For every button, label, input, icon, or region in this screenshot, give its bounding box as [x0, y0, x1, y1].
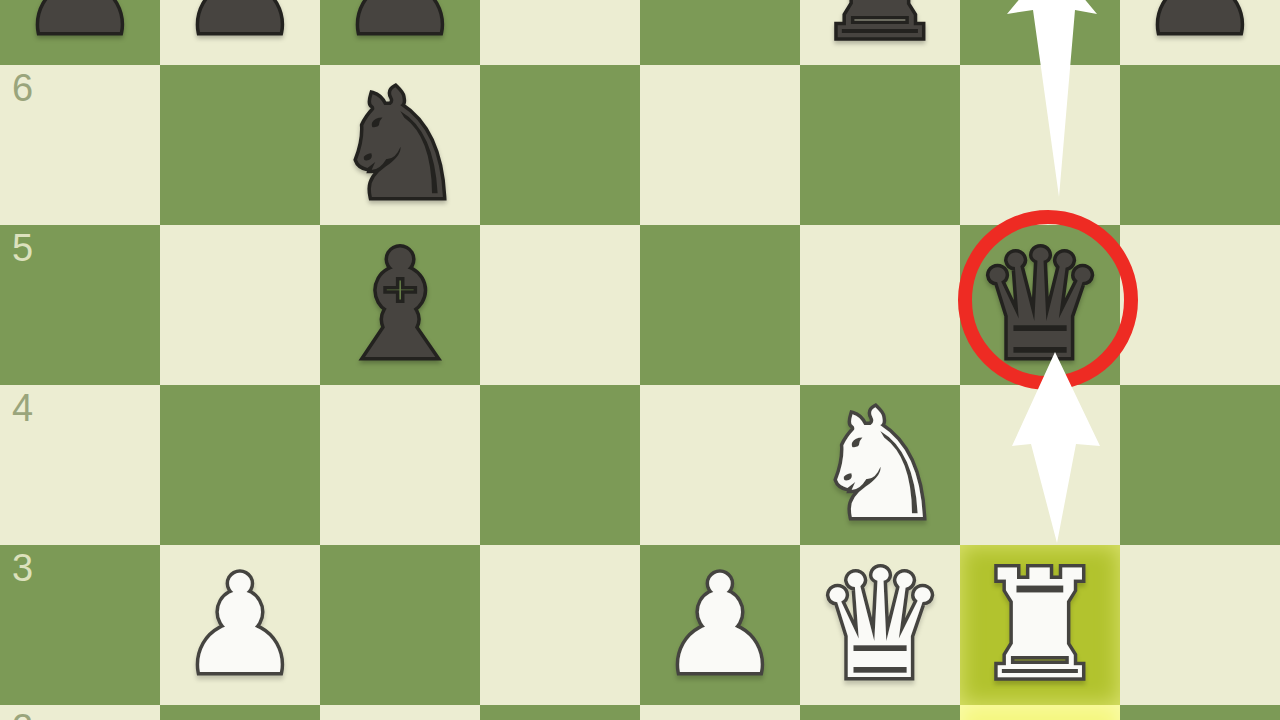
- piece-black-queen-g5[interactable]: ♛♛: [960, 225, 1120, 385]
- square-g4[interactable]: [960, 385, 1120, 545]
- white-pawn-glyph: ♟: [659, 557, 781, 693]
- piece-black-pawn-b7[interactable]: ♟♟: [160, 0, 320, 65]
- piece-black-rook-f7[interactable]: ♜♜: [800, 0, 960, 65]
- square-h6[interactable]: [1120, 65, 1280, 225]
- black-pawn-glyph: ♟: [339, 0, 461, 53]
- square-g7[interactable]: [960, 0, 1120, 65]
- piece-black-bishop-c5[interactable]: ♝♝: [320, 225, 480, 385]
- black-pawn-glyph: ♟: [179, 0, 301, 53]
- black-knight-glyph: ♞: [333, 70, 467, 220]
- square-a3[interactable]: 3: [0, 545, 160, 705]
- square-d5[interactable]: [480, 225, 640, 385]
- rank-label-6: 6: [12, 69, 33, 107]
- white-pawn-glyph: ♟: [179, 557, 301, 693]
- square-e2[interactable]: [640, 705, 800, 720]
- square-b6[interactable]: [160, 65, 320, 225]
- piece-white-knight-f4[interactable]: ♞♞: [800, 385, 960, 545]
- square-e5[interactable]: [640, 225, 800, 385]
- piece-white-pawn-b3[interactable]: ♟♟: [160, 545, 320, 705]
- black-rook-glyph: ♜: [813, 0, 947, 60]
- white-rook-glyph: ♜: [973, 550, 1107, 700]
- square-a2[interactable]: 2: [0, 705, 160, 720]
- square-d3[interactable]: [480, 545, 640, 705]
- square-a5[interactable]: 5: [0, 225, 160, 385]
- square-b2[interactable]: [160, 705, 320, 720]
- piece-white-pawn-e3[interactable]: ♟♟: [640, 545, 800, 705]
- square-a4[interactable]: 4: [0, 385, 160, 545]
- black-bishop-glyph: ♝: [333, 230, 467, 380]
- black-queen-glyph: ♛: [973, 230, 1107, 380]
- piece-white-queen-f3[interactable]: ♛♛: [800, 545, 960, 705]
- square-e7[interactable]: [640, 0, 800, 65]
- square-h3[interactable]: [1120, 545, 1280, 705]
- square-f6[interactable]: [800, 65, 960, 225]
- square-d4[interactable]: [480, 385, 640, 545]
- square-b4[interactable]: [160, 385, 320, 545]
- square-c4[interactable]: [320, 385, 480, 545]
- square-d6[interactable]: [480, 65, 640, 225]
- chess-board: 65432♟♟♟♟♟♟♜♜♟♟♞♞♝♝♛♛♞♞♟♟♟♟♛♛♜♜: [0, 0, 1280, 720]
- black-pawn-glyph: ♟: [19, 0, 141, 53]
- white-queen-glyph: ♛: [813, 550, 947, 700]
- piece-black-pawn-a7[interactable]: ♟♟: [0, 0, 160, 65]
- white-knight-glyph: ♞: [813, 390, 947, 540]
- piece-white-rook-g3[interactable]: ♜♜: [960, 545, 1120, 705]
- black-pawn-glyph: ♟: [1139, 0, 1261, 53]
- square-e6[interactable]: [640, 65, 800, 225]
- square-f5[interactable]: [800, 225, 960, 385]
- square-h5[interactable]: [1120, 225, 1280, 385]
- square-b5[interactable]: [160, 225, 320, 385]
- piece-black-knight-c6[interactable]: ♞♞: [320, 65, 480, 225]
- square-c2[interactable]: [320, 705, 480, 720]
- piece-black-pawn-c7[interactable]: ♟♟: [320, 0, 480, 65]
- rank-label-4: 4: [12, 389, 33, 427]
- rank-label-5: 5: [12, 229, 33, 267]
- square-h4[interactable]: [1120, 385, 1280, 545]
- square-d2[interactable]: [480, 705, 640, 720]
- square-e4[interactable]: [640, 385, 800, 545]
- square-c3[interactable]: [320, 545, 480, 705]
- piece-black-pawn-h7[interactable]: ♟♟: [1120, 0, 1280, 65]
- rank-label-2: 2: [12, 709, 33, 720]
- rank-label-3: 3: [12, 549, 33, 587]
- square-h2[interactable]: [1120, 705, 1280, 720]
- square-a6[interactable]: 6: [0, 65, 160, 225]
- square-g6[interactable]: [960, 65, 1120, 225]
- square-d7[interactable]: [480, 0, 640, 65]
